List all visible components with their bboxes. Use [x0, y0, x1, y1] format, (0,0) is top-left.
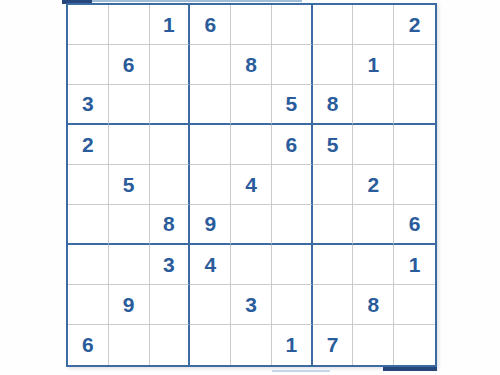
- bottom-ui-remnant-dark: [383, 367, 437, 371]
- cell-r9c2[interactable]: [109, 325, 150, 365]
- cell-r6c8[interactable]: [353, 205, 394, 245]
- given-digit: 6: [82, 333, 94, 357]
- cell-r3c6[interactable]: 5: [272, 85, 313, 125]
- cell-r9c3[interactable]: [150, 325, 191, 365]
- cell-r7c1[interactable]: [68, 245, 109, 285]
- cell-r1c7[interactable]: [313, 5, 354, 45]
- cell-r8c1[interactable]: [68, 285, 109, 325]
- cell-r2c2[interactable]: 6: [109, 45, 150, 85]
- cell-r2c8[interactable]: 1: [353, 45, 394, 85]
- cell-r1c6[interactable]: [272, 5, 313, 45]
- cell-r4c4[interactable]: [190, 125, 231, 165]
- cell-r1c5[interactable]: [231, 5, 272, 45]
- given-digit: 9: [204, 212, 216, 236]
- cell-r9c6[interactable]: 1: [272, 325, 313, 365]
- cell-r5c5[interactable]: 4: [231, 165, 272, 205]
- cell-r4c8[interactable]: [353, 125, 394, 165]
- cell-r5c2[interactable]: 5: [109, 165, 150, 205]
- cell-r3c8[interactable]: [353, 85, 394, 125]
- cell-r1c9[interactable]: 2: [394, 5, 435, 45]
- cell-r4c9[interactable]: [394, 125, 435, 165]
- given-digit: 9: [123, 293, 135, 317]
- cell-r8c5[interactable]: 3: [231, 285, 272, 325]
- cell-r8c2[interactable]: 9: [109, 285, 150, 325]
- cell-r7c8[interactable]: [353, 245, 394, 285]
- cell-r4c3[interactable]: [150, 125, 191, 165]
- cell-r7c3[interactable]: 3: [150, 245, 191, 285]
- top-toolbar-remnant-light: [92, 0, 302, 2]
- given-digit: 1: [163, 13, 175, 37]
- cell-r5c7[interactable]: [313, 165, 354, 205]
- cell-r6c4[interactable]: 9: [190, 205, 231, 245]
- cell-r1c2[interactable]: [109, 5, 150, 45]
- cell-r3c3[interactable]: [150, 85, 191, 125]
- cell-r9c7[interactable]: 7: [313, 325, 354, 365]
- cell-r9c8[interactable]: [353, 325, 394, 365]
- bottom-ui-remnant-light: [272, 370, 330, 372]
- given-digit: 3: [163, 253, 175, 277]
- cell-r8c7[interactable]: [313, 285, 354, 325]
- given-digit: 6: [409, 212, 421, 236]
- cell-r8c9[interactable]: [394, 285, 435, 325]
- cell-r4c7[interactable]: 5: [313, 125, 354, 165]
- cell-r7c2[interactable]: [109, 245, 150, 285]
- given-digit: 3: [245, 293, 257, 317]
- cell-r7c6[interactable]: [272, 245, 313, 285]
- given-digit: 6: [204, 13, 216, 37]
- cell-r9c5[interactable]: [231, 325, 272, 365]
- given-digit: 6: [285, 133, 297, 157]
- cell-r6c1[interactable]: [68, 205, 109, 245]
- cell-r5c6[interactable]: [272, 165, 313, 205]
- cell-r2c3[interactable]: [150, 45, 191, 85]
- cell-r4c6[interactable]: 6: [272, 125, 313, 165]
- cell-r9c4[interactable]: [190, 325, 231, 365]
- cell-r5c4[interactable]: [190, 165, 231, 205]
- given-digit: 1: [285, 333, 297, 357]
- cell-r7c5[interactable]: [231, 245, 272, 285]
- cell-r1c8[interactable]: [353, 5, 394, 45]
- cell-r5c8[interactable]: 2: [353, 165, 394, 205]
- given-digit: 4: [204, 253, 216, 277]
- cell-r7c9[interactable]: 1: [394, 245, 435, 285]
- cell-r2c9[interactable]: [394, 45, 435, 85]
- given-digit: 8: [327, 92, 339, 116]
- given-digit: 1: [409, 253, 421, 277]
- cell-r6c6[interactable]: [272, 205, 313, 245]
- given-digit: 2: [82, 133, 94, 157]
- cell-r1c3[interactable]: 1: [150, 5, 191, 45]
- given-digit: 1: [367, 53, 379, 77]
- cell-r6c2[interactable]: [109, 205, 150, 245]
- cell-r3c9[interactable]: [394, 85, 435, 125]
- cell-r2c7[interactable]: [313, 45, 354, 85]
- cell-r7c7[interactable]: [313, 245, 354, 285]
- cell-r2c1[interactable]: [68, 45, 109, 85]
- page: 162681358265542896341938617: [0, 0, 500, 375]
- cell-r9c1[interactable]: 6: [68, 325, 109, 365]
- cell-r3c1[interactable]: 3: [68, 85, 109, 125]
- cell-r5c3[interactable]: [150, 165, 191, 205]
- cell-r8c4[interactable]: [190, 285, 231, 325]
- given-digit: 5: [327, 133, 339, 157]
- cell-r5c1[interactable]: [68, 165, 109, 205]
- cell-r9c9[interactable]: [394, 325, 435, 365]
- cell-r6c9[interactable]: 6: [394, 205, 435, 245]
- cell-r5c9[interactable]: [394, 165, 435, 205]
- cell-r1c1[interactable]: [68, 5, 109, 45]
- given-digit: 6: [123, 53, 135, 77]
- cell-r7c4[interactable]: 4: [190, 245, 231, 285]
- cell-r8c3[interactable]: [150, 285, 191, 325]
- given-digit: 8: [163, 212, 175, 236]
- given-digit: 8: [367, 293, 379, 317]
- cell-r4c2[interactable]: [109, 125, 150, 165]
- cell-r8c8[interactable]: 8: [353, 285, 394, 325]
- given-digit: 8: [245, 53, 257, 77]
- cell-r2c6[interactable]: [272, 45, 313, 85]
- given-digit: 2: [409, 13, 421, 37]
- cell-r3c4[interactable]: [190, 85, 231, 125]
- cell-r3c7[interactable]: 8: [313, 85, 354, 125]
- given-digit: 5: [123, 173, 135, 197]
- cell-r6c7[interactable]: [313, 205, 354, 245]
- cell-r8c6[interactable]: [272, 285, 313, 325]
- given-digit: 2: [367, 173, 379, 197]
- given-digit: 4: [245, 173, 257, 197]
- given-digit: 5: [285, 92, 297, 116]
- given-digit: 7: [327, 333, 339, 357]
- cell-r1c4[interactable]: 6: [190, 5, 231, 45]
- cell-r4c1[interactable]: 2: [68, 125, 109, 165]
- cell-r6c5[interactable]: [231, 205, 272, 245]
- cell-r2c4[interactable]: [190, 45, 231, 85]
- cell-r3c2[interactable]: [109, 85, 150, 125]
- given-digit: 3: [82, 92, 94, 116]
- cell-r6c3[interactable]: 8: [150, 205, 191, 245]
- cell-r4c5[interactable]: [231, 125, 272, 165]
- sudoku-board: 162681358265542896341938617: [66, 3, 437, 367]
- cell-r3c5[interactable]: [231, 85, 272, 125]
- cell-r2c5[interactable]: 8: [231, 45, 272, 85]
